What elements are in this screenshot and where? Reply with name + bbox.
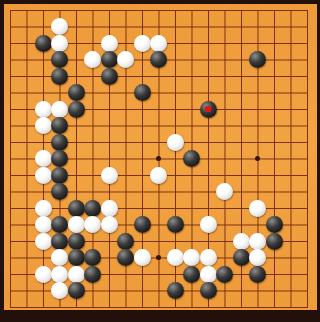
star-point [156, 156, 161, 161]
black-stone [51, 167, 68, 184]
board-frame [0, 0, 320, 322]
black-stone [68, 282, 85, 299]
white-stone [51, 249, 68, 266]
black-stone [233, 249, 250, 266]
black-stone [200, 282, 217, 299]
white-stone [101, 167, 118, 184]
black-stone [84, 266, 101, 283]
white-stone [35, 150, 52, 167]
white-stone [35, 101, 52, 118]
black-stone [68, 84, 85, 101]
white-stone [51, 18, 68, 35]
white-stone [35, 216, 52, 233]
white-stone [35, 117, 52, 134]
white-stone [68, 266, 85, 283]
black-stone [51, 68, 68, 85]
white-stone [84, 51, 101, 68]
white-stone [35, 233, 52, 250]
black-stone [216, 266, 233, 283]
black-stone [183, 266, 200, 283]
black-stone [35, 35, 52, 52]
white-stone [134, 249, 151, 266]
black-stone [68, 200, 85, 217]
black-stone [51, 183, 68, 200]
black-stone [150, 51, 167, 68]
white-stone [35, 167, 52, 184]
star-point [255, 156, 260, 161]
white-stone [200, 266, 217, 283]
black-stone [134, 84, 151, 101]
black-stone [134, 216, 151, 233]
black-stone [68, 233, 85, 250]
white-stone [249, 200, 266, 217]
white-stone [101, 35, 118, 52]
black-stone [249, 266, 266, 283]
black-stone [68, 101, 85, 118]
white-stone [183, 249, 200, 266]
white-stone [51, 35, 68, 52]
white-stone [134, 35, 151, 52]
white-stone [150, 35, 167, 52]
black-stone [84, 200, 101, 217]
black-stone [183, 150, 200, 167]
white-stone [35, 266, 52, 283]
white-stone [35, 200, 52, 217]
white-stone [200, 249, 217, 266]
black-stone [51, 150, 68, 167]
star-point [156, 255, 161, 260]
black-stone [101, 51, 118, 68]
last-move-marker [205, 106, 211, 112]
black-stone [167, 282, 184, 299]
white-stone [249, 233, 266, 250]
white-stone [200, 216, 217, 233]
go-app-window [0, 0, 320, 322]
black-stone [266, 216, 283, 233]
white-stone [51, 282, 68, 299]
white-stone [167, 134, 184, 151]
black-stone [84, 249, 101, 266]
black-stone [51, 233, 68, 250]
white-stone [150, 167, 167, 184]
white-stone [51, 266, 68, 283]
black-stone [117, 233, 134, 250]
black-stone [101, 68, 118, 85]
white-stone [167, 249, 184, 266]
black-stone [51, 216, 68, 233]
white-stone [233, 233, 250, 250]
white-stone [84, 216, 101, 233]
black-stone [266, 233, 283, 250]
white-stone [101, 200, 118, 217]
black-stone [51, 134, 68, 151]
black-stone [167, 216, 184, 233]
black-stone [51, 51, 68, 68]
white-stone [101, 216, 118, 233]
white-stone [249, 249, 266, 266]
black-stone [51, 117, 68, 134]
white-stone [51, 101, 68, 118]
white-stone [216, 183, 233, 200]
black-stone [68, 249, 85, 266]
black-stone [117, 249, 134, 266]
go-board[interactable] [4, 4, 317, 310]
black-stone [249, 51, 266, 68]
white-stone [68, 216, 85, 233]
white-stone [117, 51, 134, 68]
